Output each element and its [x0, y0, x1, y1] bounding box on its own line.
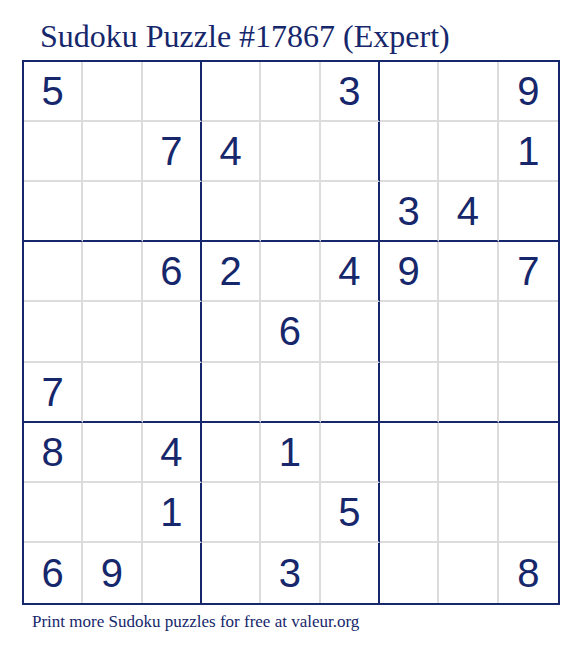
cell-r2c4[interactable]: 4 — [202, 122, 261, 182]
cell-r3c6[interactable] — [321, 182, 380, 242]
cell-r6c5[interactable] — [261, 363, 320, 423]
given-digit: 4 — [338, 251, 360, 291]
sudoku-board: 539741346249767841156938 — [22, 60, 560, 605]
cell-r9c5[interactable]: 3 — [261, 543, 320, 603]
sudoku-page: Sudoku Puzzle #17867 (Expert) 5397413462… — [0, 0, 580, 651]
cell-r5c9[interactable] — [499, 302, 558, 362]
given-digit: 3 — [398, 191, 420, 231]
cell-r2c5[interactable] — [261, 122, 320, 182]
cell-r8c8[interactable] — [439, 483, 498, 543]
cell-r4c4[interactable]: 2 — [202, 242, 261, 302]
given-digit: 7 — [160, 131, 182, 171]
cell-r2c9[interactable]: 1 — [499, 122, 558, 182]
cell-r2c8[interactable] — [439, 122, 498, 182]
page-title: Sudoku Puzzle #17867 (Expert) — [40, 18, 450, 55]
cell-r4c5[interactable] — [261, 242, 320, 302]
cell-r3c8[interactable]: 4 — [439, 182, 498, 242]
given-digit: 9 — [101, 553, 123, 593]
given-digit: 9 — [398, 251, 420, 291]
cell-r3c4[interactable] — [202, 182, 261, 242]
cell-r7c2[interactable] — [83, 423, 142, 483]
cell-r1c4[interactable] — [202, 62, 261, 122]
given-digit: 5 — [42, 71, 64, 111]
given-digit: 5 — [338, 492, 360, 532]
cell-r4c9[interactable]: 7 — [499, 242, 558, 302]
cell-r6c4[interactable] — [202, 363, 261, 423]
cell-r4c8[interactable] — [439, 242, 498, 302]
cell-r9c3[interactable] — [143, 543, 202, 603]
cell-r5c5[interactable]: 6 — [261, 302, 320, 362]
cell-r2c3[interactable]: 7 — [143, 122, 202, 182]
cell-r7c3[interactable]: 4 — [143, 423, 202, 483]
cell-r1c3[interactable] — [143, 62, 202, 122]
cell-r7c4[interactable] — [202, 423, 261, 483]
cell-r1c6[interactable]: 3 — [321, 62, 380, 122]
cell-r5c7[interactable] — [380, 302, 439, 362]
given-digit: 2 — [220, 251, 242, 291]
given-digit: 4 — [457, 191, 479, 231]
cell-r7c6[interactable] — [321, 423, 380, 483]
given-digit: 7 — [517, 251, 539, 291]
given-digit: 6 — [160, 251, 182, 291]
cell-r4c3[interactable]: 6 — [143, 242, 202, 302]
cell-r5c6[interactable] — [321, 302, 380, 362]
cell-r7c8[interactable] — [439, 423, 498, 483]
cell-r3c7[interactable]: 3 — [380, 182, 439, 242]
given-digit: 8 — [42, 432, 64, 472]
cell-r1c5[interactable] — [261, 62, 320, 122]
cell-r2c7[interactable] — [380, 122, 439, 182]
cell-r3c5[interactable] — [261, 182, 320, 242]
cell-r8c9[interactable] — [499, 483, 558, 543]
cell-r2c2[interactable] — [83, 122, 142, 182]
given-digit: 9 — [517, 71, 539, 111]
cell-r4c7[interactable]: 9 — [380, 242, 439, 302]
cell-r4c1[interactable] — [24, 242, 83, 302]
cell-r9c1[interactable]: 6 — [24, 543, 83, 603]
cell-r4c2[interactable] — [83, 242, 142, 302]
cell-r8c7[interactable] — [380, 483, 439, 543]
cell-r4c6[interactable]: 4 — [321, 242, 380, 302]
given-digit: 1 — [279, 432, 301, 472]
cell-r8c6[interactable]: 5 — [321, 483, 380, 543]
cell-r1c9[interactable]: 9 — [499, 62, 558, 122]
cell-r7c5[interactable]: 1 — [261, 423, 320, 483]
cell-r1c8[interactable] — [439, 62, 498, 122]
cell-r1c7[interactable] — [380, 62, 439, 122]
cell-r9c9[interactable]: 8 — [499, 543, 558, 603]
given-digit: 8 — [517, 553, 539, 593]
cell-r1c1[interactable]: 5 — [24, 62, 83, 122]
given-digit: 6 — [279, 311, 301, 351]
cell-r8c4[interactable] — [202, 483, 261, 543]
given-digit: 4 — [160, 432, 182, 472]
cell-r6c1[interactable]: 7 — [24, 363, 83, 423]
cell-r1c2[interactable] — [83, 62, 142, 122]
footer-text: Print more Sudoku puzzles for free at va… — [32, 612, 359, 632]
given-digit: 1 — [160, 492, 182, 532]
cell-r9c4[interactable] — [202, 543, 261, 603]
cell-r3c2[interactable] — [83, 182, 142, 242]
cell-r7c7[interactable] — [380, 423, 439, 483]
cell-r6c3[interactable] — [143, 363, 202, 423]
given-digit: 3 — [279, 553, 301, 593]
cell-r6c8[interactable] — [439, 363, 498, 423]
cell-r7c1[interactable]: 8 — [24, 423, 83, 483]
cell-r5c1[interactable] — [24, 302, 83, 362]
cell-r2c1[interactable] — [24, 122, 83, 182]
given-digit: 3 — [338, 71, 360, 111]
cell-r9c8[interactable] — [439, 543, 498, 603]
cell-r5c2[interactable] — [83, 302, 142, 362]
cell-r8c1[interactable] — [24, 483, 83, 543]
cell-r3c1[interactable] — [24, 182, 83, 242]
cell-r2c6[interactable] — [321, 122, 380, 182]
cell-r9c7[interactable] — [380, 543, 439, 603]
cell-r5c3[interactable] — [143, 302, 202, 362]
given-digit: 1 — [517, 131, 539, 171]
given-digit: 7 — [42, 372, 64, 412]
given-digit: 6 — [42, 553, 64, 593]
cell-r6c7[interactable] — [380, 363, 439, 423]
cell-r6c9[interactable] — [499, 363, 558, 423]
cell-r8c3[interactable]: 1 — [143, 483, 202, 543]
cell-r6c6[interactable] — [321, 363, 380, 423]
cell-r5c8[interactable] — [439, 302, 498, 362]
cell-r8c5[interactable] — [261, 483, 320, 543]
cell-r8c2[interactable] — [83, 483, 142, 543]
cell-r5c4[interactable] — [202, 302, 261, 362]
cell-r7c9[interactable] — [499, 423, 558, 483]
cell-r3c3[interactable] — [143, 182, 202, 242]
cell-r3c9[interactable] — [499, 182, 558, 242]
given-digit: 4 — [220, 131, 242, 171]
cell-r6c2[interactable] — [83, 363, 142, 423]
cell-r9c2[interactable]: 9 — [83, 543, 142, 603]
cell-r9c6[interactable] — [321, 543, 380, 603]
